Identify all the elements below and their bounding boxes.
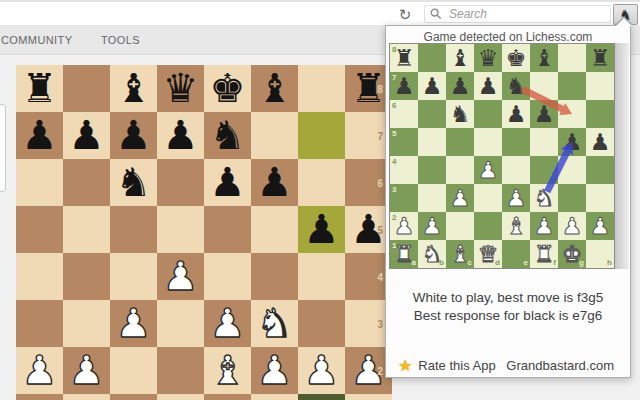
- best-response-line: Best response for black is e7g6: [386, 307, 630, 325]
- square-e3: ♟: [502, 184, 530, 212]
- black-bishop[interactable]: ♝: [116, 65, 152, 112]
- square-c6: ♞: [446, 100, 474, 128]
- black-bishop[interactable]: ♝: [257, 65, 293, 112]
- coord-file-f: f: [553, 258, 556, 267]
- coord-rank-3: 3: [392, 185, 396, 194]
- square-c4[interactable]: [110, 253, 157, 300]
- square-b1: ♞b: [418, 240, 446, 268]
- coord-file-g: g: [579, 258, 584, 267]
- popup-chess-board: ♜8♝♛♚♝♜♟7♟♟♟♞6♞♟♟5♟♟4♟3♟♟♞♟2♟♝♟♟♟♜1a♞b♝c…: [389, 43, 615, 269]
- square-f3: ♞: [530, 184, 558, 212]
- square-c5[interactable]: [110, 206, 157, 253]
- white-pawn: ♟: [478, 156, 499, 184]
- square-g5[interactable]: ♟: [298, 206, 345, 253]
- square-g5: ♟: [558, 128, 586, 156]
- coord-rank-7: 7: [392, 73, 396, 82]
- coord-rank-6: 6: [377, 177, 383, 188]
- white-pawn: ♟: [394, 212, 415, 240]
- black-pawn[interactable]: ♟: [163, 112, 199, 159]
- black-pawn: ♟: [394, 72, 415, 100]
- square-h3: [586, 184, 614, 212]
- square-a3: 3: [390, 184, 418, 212]
- white-pawn[interactable]: ♟: [22, 347, 58, 394]
- black-pawn: ♟: [450, 72, 471, 100]
- white-rook[interactable]: ♜: [257, 394, 293, 400]
- square-c5: [446, 128, 474, 156]
- square-d8[interactable]: ♛: [157, 65, 204, 112]
- square-d5[interactable]: [157, 206, 204, 253]
- black-pawn[interactable]: ♟: [22, 112, 58, 159]
- square-c2[interactable]: [110, 347, 157, 394]
- square-d1[interactable]: ♛: [157, 394, 204, 400]
- search-input[interactable]: [447, 6, 610, 22]
- black-king: ♚: [506, 44, 527, 72]
- square-g3[interactable]: [298, 300, 345, 347]
- popup-title: Game detected on Lichess.com: [386, 30, 630, 44]
- square-h2: ♟: [586, 212, 614, 240]
- square-a6[interactable]: [16, 159, 63, 206]
- square-c8[interactable]: ♝: [110, 65, 157, 112]
- square-e1[interactable]: [204, 394, 251, 400]
- best-move-line: White to play, best move is f3g5: [386, 289, 630, 307]
- white-pawn[interactable]: ♟: [69, 347, 105, 394]
- square-f8[interactable]: ♝: [251, 65, 298, 112]
- square-c8: ♝: [446, 44, 474, 72]
- black-knight[interactable]: ♞: [210, 112, 246, 159]
- square-b3: [418, 184, 446, 212]
- square-b1[interactable]: ♞: [63, 394, 110, 400]
- square-d3[interactable]: [157, 300, 204, 347]
- square-e7[interactable]: ♞: [204, 112, 251, 159]
- square-e1: e: [502, 240, 530, 268]
- square-h1: h: [586, 240, 614, 268]
- white-pawn[interactable]: ♟: [257, 347, 293, 394]
- square-g1[interactable]: ♚: [298, 394, 345, 400]
- square-d4[interactable]: ♟: [157, 253, 204, 300]
- black-queen: ♛: [478, 44, 499, 72]
- coord-rank-5: 5: [377, 224, 383, 235]
- square-g2: ♟: [558, 212, 586, 240]
- white-pawn[interactable]: ♟: [304, 347, 340, 394]
- black-knight: ♞: [506, 72, 527, 100]
- square-a2: ♟2: [390, 212, 418, 240]
- square-d8: ♛: [474, 44, 502, 72]
- black-pawn: ♟: [506, 100, 527, 128]
- square-f5: [530, 128, 558, 156]
- black-pawn[interactable]: ♟: [257, 159, 293, 206]
- square-b5: [418, 128, 446, 156]
- square-a4: 4: [390, 156, 418, 184]
- white-pawn: ♟: [506, 184, 527, 212]
- square-e7: ♞: [502, 72, 530, 100]
- white-pawn[interactable]: ♟: [163, 253, 199, 300]
- white-king[interactable]: ♚: [304, 394, 340, 400]
- white-pawn[interactable]: ♟: [116, 300, 152, 347]
- square-b6[interactable]: [63, 159, 110, 206]
- black-bishop: ♝: [534, 44, 555, 72]
- black-pawn[interactable]: ♟: [116, 112, 152, 159]
- black-pawn: ♟: [422, 72, 443, 100]
- white-knight[interactable]: ♞: [69, 394, 105, 400]
- square-a7: ♟7: [390, 72, 418, 100]
- square-b3[interactable]: [63, 300, 110, 347]
- refresh-button[interactable]: ↻: [395, 5, 415, 24]
- white-pawn: ♟: [562, 212, 583, 240]
- white-pawn: ♟: [422, 212, 443, 240]
- black-bishop: ♝: [450, 44, 471, 72]
- white-pawn[interactable]: ♟: [210, 300, 246, 347]
- white-knight[interactable]: ♞: [257, 300, 293, 347]
- square-e3[interactable]: ♟: [204, 300, 251, 347]
- square-h1[interactable]: 1: [345, 394, 392, 400]
- square-d1: ♛d: [474, 240, 502, 268]
- search-icon: [430, 8, 442, 20]
- square-g7[interactable]: [298, 112, 345, 159]
- square-h7: [586, 72, 614, 100]
- square-g1: ♚g: [558, 240, 586, 268]
- square-h8: ♜: [586, 44, 614, 72]
- white-bishop[interactable]: ♝: [210, 347, 246, 394]
- black-knight: ♞: [450, 100, 471, 128]
- square-c6[interactable]: ♞: [110, 159, 157, 206]
- square-b7[interactable]: ♟: [63, 112, 110, 159]
- square-e5: [502, 128, 530, 156]
- square-g6[interactable]: [298, 159, 345, 206]
- square-f6[interactable]: ♟: [251, 159, 298, 206]
- coord-rank-1: 1: [392, 241, 396, 250]
- square-c7: ♟: [446, 72, 474, 100]
- square-d7: ♟: [474, 72, 502, 100]
- black-queen[interactable]: ♛: [163, 65, 199, 112]
- browser-toolbar: ↻ ♞: [0, 2, 640, 25]
- square-d4: ♟: [474, 156, 502, 184]
- square-g7: [558, 72, 586, 100]
- square-e5[interactable]: [204, 206, 251, 253]
- white-pawn: ♟: [450, 184, 471, 212]
- coord-rank-7: 7: [377, 130, 383, 141]
- square-a5[interactable]: [16, 206, 63, 253]
- coord-rank-4: 4: [377, 271, 383, 282]
- square-h5: ♟: [586, 128, 614, 156]
- square-f6: ♟: [530, 100, 558, 128]
- square-d6[interactable]: [157, 159, 204, 206]
- coord-rank-2: 2: [392, 213, 396, 222]
- square-a1[interactable]: ♜: [16, 394, 63, 400]
- square-b2: ♟: [418, 212, 446, 240]
- white-queen[interactable]: ♛: [163, 394, 199, 400]
- coord-rank-2: 2: [377, 365, 383, 376]
- menu-item-community[interactable]: COMMUNITY: [1, 25, 72, 46]
- white-bishop[interactable]: ♝: [116, 394, 152, 400]
- square-d3: [474, 184, 502, 212]
- white-rook: ♜: [534, 240, 555, 268]
- square-f2: ♟: [530, 212, 558, 240]
- square-g6: [558, 100, 586, 128]
- square-f2[interactable]: ♟: [251, 347, 298, 394]
- white-knight: ♞: [534, 184, 555, 212]
- square-a1: ♜1a: [390, 240, 418, 268]
- rate-app-link[interactable]: ★ Rate this App: [398, 356, 496, 375]
- square-f1[interactable]: ♜: [251, 394, 298, 400]
- square-d2[interactable]: [157, 347, 204, 394]
- square-h4: [586, 156, 614, 184]
- square-c4: [446, 156, 474, 184]
- square-b6: [418, 100, 446, 128]
- square-g8[interactable]: [298, 65, 345, 112]
- square-d5: [474, 128, 502, 156]
- refresh-icon: ↻: [399, 6, 412, 24]
- square-c1: ♝c: [446, 240, 474, 268]
- coord-file-d: d: [495, 258, 500, 267]
- white-bishop: ♝: [506, 212, 527, 240]
- coord-file-c: c: [468, 258, 472, 267]
- coord-rank-8: 8: [377, 83, 383, 94]
- square-e4[interactable]: [204, 253, 251, 300]
- square-e4: [502, 156, 530, 184]
- square-c1[interactable]: ♝: [110, 394, 157, 400]
- extension-popup: Game detected on Lichess.com ♜8♝♛♚♝♜♟7♟♟…: [385, 25, 631, 378]
- popup-anchor-arrow-fill: [616, 18, 632, 26]
- square-a4[interactable]: [16, 253, 63, 300]
- square-a6: 6: [390, 100, 418, 128]
- square-g8: [558, 44, 586, 72]
- black-rook: ♜: [590, 44, 611, 72]
- square-f8: ♝: [530, 44, 558, 72]
- coord-rank-4: 4: [392, 157, 396, 166]
- black-rook: ♜: [394, 44, 415, 72]
- square-b7: ♟: [418, 72, 446, 100]
- square-b4[interactable]: [63, 253, 110, 300]
- square-f1: ♜f: [530, 240, 558, 268]
- square-b8[interactable]: [63, 65, 110, 112]
- square-b4: [418, 156, 446, 184]
- coord-rank-8: 8: [392, 45, 396, 54]
- black-pawn: ♟: [562, 128, 583, 156]
- menu-item-tools[interactable]: TOOLS: [101, 25, 140, 46]
- square-d7[interactable]: ♟: [157, 112, 204, 159]
- coord-file-e: e: [524, 258, 528, 267]
- coord-rank-5: 5: [392, 129, 396, 138]
- search-box[interactable]: [424, 5, 611, 23]
- rate-app-label: Rate this App: [418, 358, 495, 373]
- black-pawn: ♟: [478, 72, 499, 100]
- square-a5: 5: [390, 128, 418, 156]
- black-pawn: ♟: [590, 128, 611, 156]
- square-h6: [586, 100, 614, 128]
- analysis-text: White to play, best move is f3g5 Best re…: [386, 289, 630, 325]
- square-c2: [446, 212, 474, 240]
- black-pawn[interactable]: ♟: [210, 159, 246, 206]
- white-rook[interactable]: ♜: [22, 394, 58, 400]
- square-f5[interactable]: [251, 206, 298, 253]
- black-knight[interactable]: ♞: [116, 159, 152, 206]
- square-f7: [530, 72, 558, 100]
- white-pawn: ♟: [534, 212, 555, 240]
- square-a8: ♜8: [390, 44, 418, 72]
- black-pawn[interactable]: ♟: [69, 112, 105, 159]
- square-f4[interactable]: [251, 253, 298, 300]
- square-d6: [474, 100, 502, 128]
- coord-file-b: b: [439, 258, 444, 267]
- square-a3[interactable]: [16, 300, 63, 347]
- square-a8[interactable]: ♜: [16, 65, 63, 112]
- main-chess-board[interactable]: ♜♝♛♚♝♜8♟♟♟♟♞7♞♟♟6♟♟5♟4♟♟♞3♟♟♝♟♟♟2♜♞♝♛♜♚1: [16, 65, 392, 400]
- square-a7[interactable]: ♟: [16, 112, 63, 159]
- square-g4: [558, 156, 586, 184]
- black-rook[interactable]: ♜: [22, 65, 58, 112]
- black-king[interactable]: ♚: [210, 65, 246, 112]
- square-f7[interactable]: [251, 112, 298, 159]
- star-icon: ★: [398, 356, 412, 375]
- coord-rank-6: 6: [392, 101, 396, 110]
- square-g4[interactable]: [298, 253, 345, 300]
- square-c7[interactable]: ♟: [110, 112, 157, 159]
- square-c3: ♟: [446, 184, 474, 212]
- screen: ↻ ♞ COMMUNITY TOOLS ♜♝♛♚♝♜8♟♟♟♟♞7♞♟♟6♟♟5…: [0, 0, 640, 400]
- coord-file-a: a: [412, 258, 416, 267]
- black-pawn[interactable]: ♟: [304, 206, 340, 253]
- square-a2[interactable]: ♟: [16, 347, 63, 394]
- page-panel-edge: [0, 104, 6, 192]
- square-b8: [418, 44, 446, 72]
- square-f3[interactable]: ♞: [251, 300, 298, 347]
- coord-file-h: h: [607, 258, 612, 267]
- square-c3[interactable]: ♟: [110, 300, 157, 347]
- square-e6: ♟: [502, 100, 530, 128]
- square-e2[interactable]: ♝: [204, 347, 251, 394]
- coord-rank-3: 3: [377, 318, 383, 329]
- square-g3: [558, 184, 586, 212]
- square-d2: [474, 212, 502, 240]
- square-e2: ♝: [502, 212, 530, 240]
- grandbastard-link[interactable]: Grandbastard.com: [506, 358, 614, 373]
- square-b2[interactable]: ♟: [63, 347, 110, 394]
- square-g2[interactable]: ♟: [298, 347, 345, 394]
- square-e8: ♚: [502, 44, 530, 72]
- square-e8[interactable]: ♚: [204, 65, 251, 112]
- square-b5[interactable]: [63, 206, 110, 253]
- popup-scrollbar[interactable]: [615, 43, 629, 269]
- white-pawn: ♟: [590, 212, 611, 240]
- square-f4: [530, 156, 558, 184]
- square-e6[interactable]: ♟: [204, 159, 251, 206]
- black-pawn: ♟: [534, 100, 555, 128]
